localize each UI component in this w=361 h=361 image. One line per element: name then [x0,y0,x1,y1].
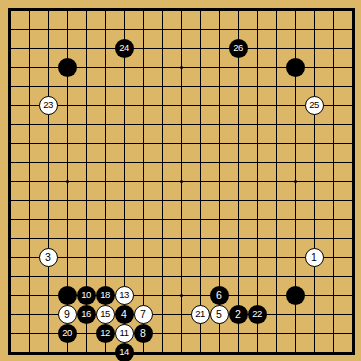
stone-black-move-20: 20 [58,324,77,343]
stone-black-move-12: 12 [96,324,115,343]
stone-black-move-4: 4 [115,305,134,324]
stone-white-move-13: 13 [115,286,134,305]
star-point [66,180,69,183]
star-point [180,180,183,183]
board-intersections: 242623253110181369161547215222201211814 [1,1,361,361]
stone-black-move-16: 16 [77,305,96,324]
stone-black-move-22: 22 [248,305,267,324]
stone-white-move-9: 9 [58,305,77,324]
stone-black-move-10: 10 [77,286,96,305]
stone-black-move-24: 24 [115,39,134,58]
stone-white-move-3: 3 [39,248,58,267]
stone-black-handicap [286,58,305,77]
stone-black-move-6: 6 [210,286,229,305]
stone-black-move-26: 26 [229,39,248,58]
stone-white-move-23: 23 [39,96,58,115]
stone-white-move-21: 21 [191,305,210,324]
stone-white-move-7: 7 [134,305,153,324]
stone-black-handicap [58,58,77,77]
stone-black-handicap [58,286,77,305]
stone-black-move-2: 2 [229,305,248,324]
stone-white-move-11: 11 [115,324,134,343]
stone-black-handicap [286,286,305,305]
star-point [180,66,183,69]
stone-white-move-25: 25 [305,96,324,115]
stone-black-move-18: 18 [96,286,115,305]
stone-white-move-5: 5 [210,305,229,324]
stone-black-move-8: 8 [134,324,153,343]
stone-white-move-1: 1 [305,248,324,267]
star-point [294,180,297,183]
go-board: 242623253110181369161547215222201211814 [0,0,361,361]
stone-white-move-15: 15 [96,305,115,324]
star-point [180,294,183,297]
stone-black-move-14: 14 [115,343,134,361]
